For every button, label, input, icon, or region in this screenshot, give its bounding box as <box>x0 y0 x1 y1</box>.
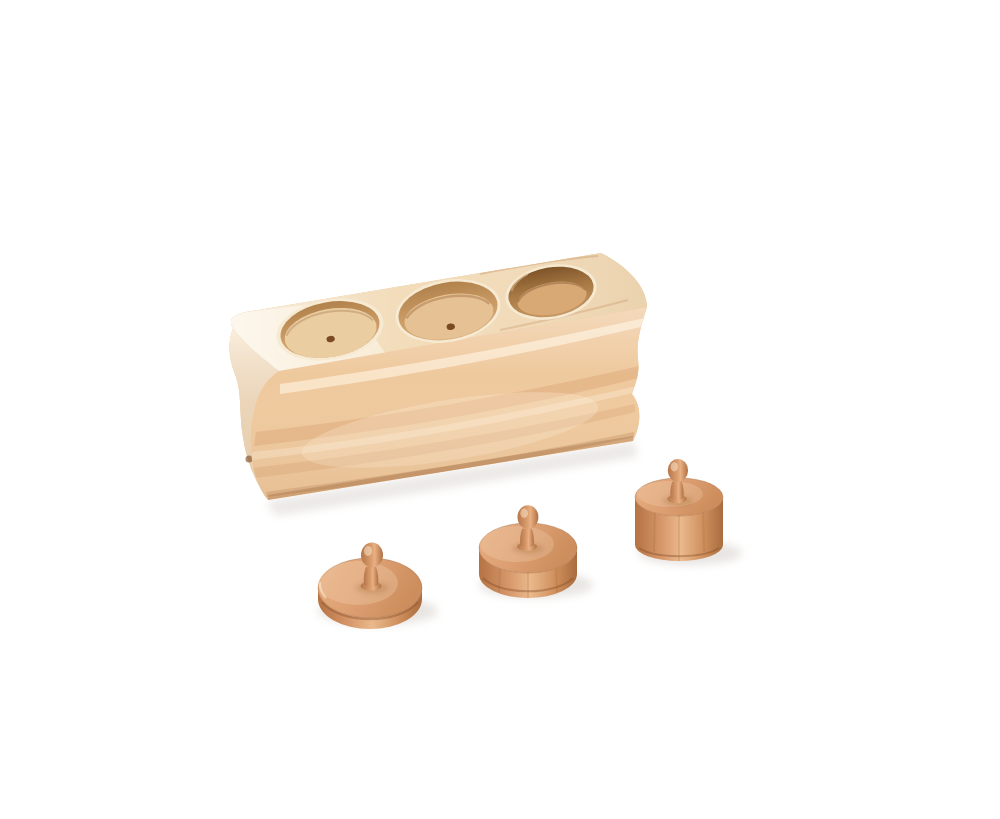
knob-ball-specular <box>671 462 678 471</box>
cylinder-medium-top-sheen <box>480 526 554 562</box>
knob-ball <box>668 459 688 482</box>
knob-ball-specular <box>364 546 372 556</box>
knob-ball-specular <box>520 509 528 519</box>
photo-stage <box>0 0 1000 819</box>
knob-ball <box>361 543 383 568</box>
knob-neck <box>670 482 683 500</box>
knob-neck <box>520 528 534 547</box>
cylinder-small-top-sheen <box>318 561 398 605</box>
block-foot-dot <box>246 456 253 463</box>
knob-ball <box>518 505 539 529</box>
scene-canvas <box>0 0 1000 819</box>
knob-neck <box>364 567 379 587</box>
